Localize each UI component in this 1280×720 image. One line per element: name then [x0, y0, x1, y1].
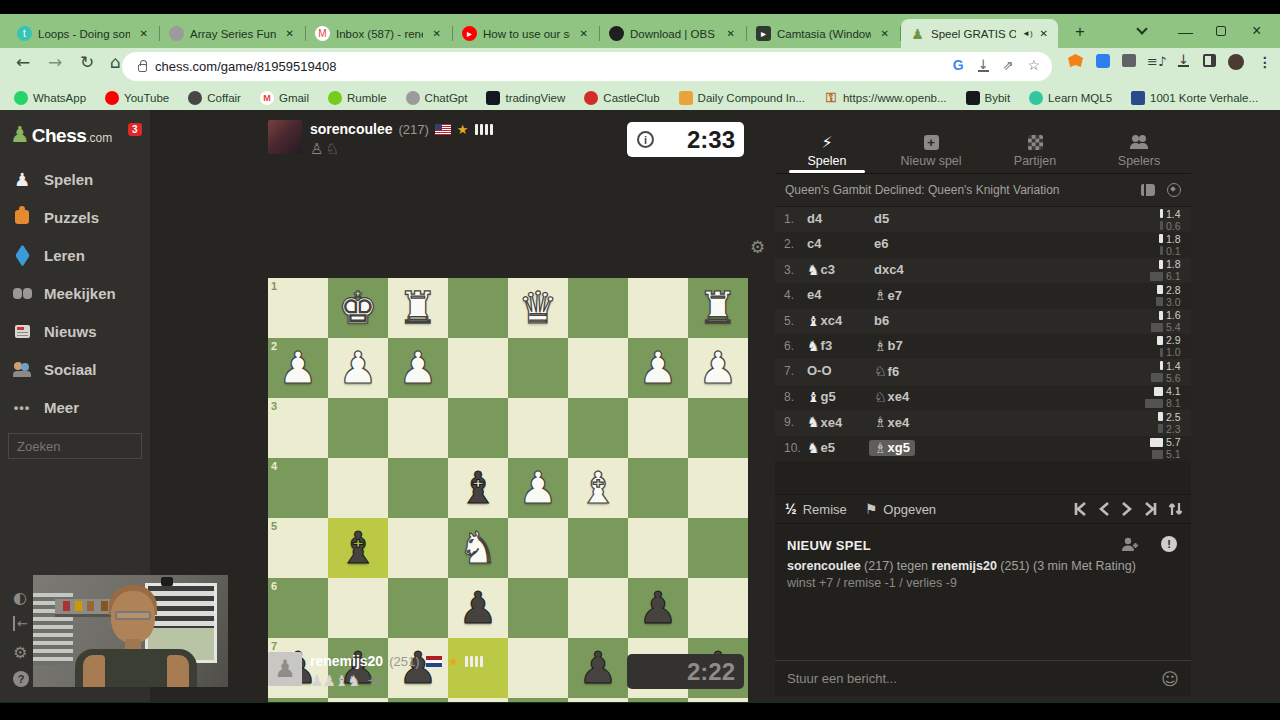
top-player-streak-bars — [475, 124, 493, 135]
square-b4[interactable] — [628, 458, 688, 518]
square-h6[interactable]: 6 — [268, 578, 328, 638]
translate-extension-icon[interactable] — [1096, 54, 1110, 68]
captured-black-N: ♘ — [325, 140, 338, 158]
move-row-4: 4.e4♗e72.83.0 — [775, 283, 1191, 308]
white-piece-g1[interactable]: ♚ — [328, 278, 388, 338]
bookmark-castleclub[interactable]: CastleClub — [584, 91, 659, 105]
panel-tab-spelers[interactable]: Spelers — [1087, 128, 1191, 173]
top-player-clock: i 2:33 — [627, 122, 744, 157]
extensions-puzzle-icon[interactable] — [1122, 54, 1136, 67]
time-value: 1.0 — [1166, 346, 1186, 358]
move-times: 1.40.6 — [1160, 208, 1186, 231]
time-bar — [1152, 450, 1163, 459]
move-times: 1.80.1 — [1159, 233, 1186, 256]
white-piece-e5[interactable]: ♞ — [448, 518, 508, 578]
square-g2[interactable]: ♟ — [328, 338, 388, 398]
square-h3[interactable]: 3 — [268, 398, 328, 458]
white-piece-f1[interactable]: ♜ — [388, 278, 448, 338]
captured-white-N: ♞ — [347, 672, 360, 690]
square-b5[interactable] — [628, 518, 688, 578]
challenge-person-icon[interactable] — [1121, 537, 1139, 552]
settings-gear-icon[interactable]: ⚙ — [13, 643, 27, 662]
captured-white-P: ♟ — [310, 672, 323, 690]
bookmark-label: tradingView — [505, 92, 565, 104]
move-row-5: 5.♝xc4b61.65.4 — [775, 309, 1191, 334]
time-value: 1.4 — [1166, 360, 1186, 372]
bookmark-daily[interactable]: Daily Compound In... — [679, 91, 805, 105]
panel-tab-spelen[interactable]: ⚡Spelen — [775, 128, 879, 173]
square-d4[interactable]: ♟ — [508, 458, 568, 518]
white-piece-f2[interactable]: ♟ — [388, 338, 448, 398]
white-move[interactable]: ♞e5 — [807, 440, 835, 456]
daily-icon — [679, 91, 693, 105]
move-row-3: 3.♞c3dxc41.86.1 — [775, 258, 1191, 283]
square-c4[interactable]: ♝ — [568, 458, 628, 518]
square-e6[interactable]: ♟ — [448, 578, 508, 638]
chat-input[interactable]: Stuur een bericht... — [787, 671, 1161, 686]
chesscom-favicon: ♟ — [910, 26, 925, 41]
black-move[interactable]: b6 — [874, 313, 889, 328]
black-piece-e4[interactable]: ♝ — [448, 458, 508, 518]
bookmark-youtube[interactable]: YouTube — [105, 91, 169, 105]
time-bar — [1151, 373, 1163, 382]
time-value: 2.3 — [1166, 423, 1186, 435]
time-value: 2.8 — [1166, 284, 1186, 296]
time-value: 2.9 — [1166, 334, 1186, 346]
time-b: 8.1 — [1145, 398, 1186, 409]
panel-tab-partijen[interactable]: Partijen — [983, 128, 1087, 173]
sidebar-item-puzzels[interactable]: Puzzels — [0, 198, 150, 236]
white-piece-b2[interactable]: ♟ — [628, 338, 688, 398]
game-controls: ½ Remise ⚑ Opgeven — [775, 494, 1191, 524]
white-piece-icon: ♝ — [807, 389, 820, 405]
tab-title: Array Series Function — [190, 28, 276, 40]
square-c1[interactable] — [568, 278, 628, 338]
black-piece-icon: ♘ — [874, 363, 887, 379]
white-move[interactable]: c4 — [807, 236, 821, 251]
sidebar-item-meer[interactable]: •••Meer — [0, 388, 150, 426]
nl-flag-icon — [426, 656, 442, 667]
help-icon[interactable]: ? — [13, 671, 29, 687]
browser-toolbar: ← → ↻ ⌂ chess.com/game/81959519408 G ↓ ⇗… — [0, 48, 1280, 85]
square-f2[interactable]: ♟ — [388, 338, 448, 398]
time-value: 8.1 — [1166, 397, 1186, 409]
square-a4[interactable] — [688, 458, 748, 518]
bookmark-label: Learn MQL5 — [1048, 92, 1112, 104]
screen: tLoops - Doing somet✕Array Series Functi… — [0, 0, 1280, 720]
captured-white-B: ♝ — [335, 672, 348, 690]
bookmark-label: Gmail — [279, 92, 309, 104]
bottom-player-bar: ♟ renemijs20 (251) ★ ♟♟♝♞+4 2:22 — [268, 650, 748, 694]
white-move[interactable]: e4 — [807, 287, 821, 302]
square-a5[interactable] — [688, 518, 748, 578]
bookmark-wordpress[interactable]: Coffair — [188, 91, 241, 105]
play-pawn-icon: ♟ — [12, 169, 32, 189]
forward-icon[interactable]: → — [48, 52, 62, 72]
square-a1[interactable]: ♜ — [688, 278, 748, 338]
browser-tabstrip: tLoops - Doing somet✕Array Series Functi… — [0, 14, 1280, 48]
bookmark-rumble[interactable]: Rumble — [328, 91, 387, 105]
top-player-rating: (217) — [398, 122, 428, 137]
white-piece-a1[interactable]: ♜ — [688, 278, 748, 338]
tab-close-icon[interactable]: ✕ — [576, 28, 592, 39]
move-number: 3. — [784, 263, 794, 277]
bookmark-gmail[interactable]: MGmail — [260, 91, 309, 105]
square-c2[interactable] — [568, 338, 628, 398]
square-b2[interactable]: ♟ — [628, 338, 688, 398]
white-piece-a2[interactable]: ♟ — [688, 338, 748, 398]
time-w: 2.5 — [1158, 411, 1187, 422]
people-icon — [12, 359, 32, 379]
white-move[interactable]: O-O — [807, 363, 832, 378]
move-row-2: 2.c4e61.80.1 — [775, 232, 1191, 257]
black-move[interactable]: ♗xe4 — [874, 414, 909, 430]
white-move[interactable]: ♝g5 — [807, 389, 836, 405]
square-e3[interactable] — [448, 398, 508, 458]
black-piece-icon: ♗ — [874, 338, 887, 354]
time-b: 2.3 — [1158, 423, 1187, 434]
browser-tab-7[interactable]: ♟Speel GRATIS O◄)✕ — [901, 19, 1058, 48]
rank-label-4: 4 — [271, 460, 277, 472]
time-value: 0.1 — [1166, 245, 1186, 257]
square-f4[interactable] — [388, 458, 448, 518]
white-piece-d4[interactable]: ♟ — [508, 458, 568, 518]
time-bar — [1160, 361, 1163, 370]
bookmark-bybit[interactable]: Bybit — [966, 91, 1011, 105]
bookmark-book[interactable]: 1001 Korte Verhale... — [1131, 91, 1258, 105]
bottom-player-avatar[interactable]: ♟ — [268, 652, 302, 686]
white-move[interactable]: d4 — [807, 211, 822, 226]
profile-avatar[interactable] — [1228, 54, 1244, 70]
bookmarks-bar: WhatsAppYouTubeCoffairMGmailRumbleChatGp… — [0, 85, 1280, 110]
rank-label-2: 2 — [271, 340, 277, 352]
time-w: 1.8 — [1159, 233, 1186, 244]
sidebar-item-label: Sociaal — [44, 361, 97, 378]
black-piece-icon: ♗ — [874, 287, 887, 303]
square-c6[interactable] — [568, 578, 628, 638]
white-move[interactable]: ♞f3 — [807, 338, 832, 354]
emoji-icon[interactable]: ☺ — [1161, 669, 1179, 689]
people-icon — [1130, 133, 1148, 151]
time-bar — [1145, 399, 1163, 408]
square-c3[interactable] — [568, 398, 628, 458]
metamask-icon[interactable] — [1068, 54, 1083, 67]
tab-close-icon[interactable]: ✕ — [1036, 28, 1052, 39]
square-e5[interactable]: ♞ — [448, 518, 508, 578]
square-b1[interactable] — [628, 278, 688, 338]
square-g4[interactable] — [328, 458, 388, 518]
black-move[interactable]: ♗e7 — [874, 287, 902, 303]
panel-tab-label: Partijen — [1014, 154, 1056, 168]
browser-tab-5[interactable]: Download | OBS✕ — [600, 19, 745, 48]
top-player-avatar[interactable] — [268, 120, 302, 154]
black-move[interactable]: ♗b7 — [874, 338, 903, 354]
black-piece-b6[interactable]: ♟ — [628, 578, 688, 638]
top-captured-pieces: ♙♘ — [310, 140, 339, 158]
bottom-player-clock: 2:22 — [627, 654, 744, 689]
move-number: 6. — [784, 339, 794, 353]
theme-toggle-icon[interactable]: ◐ — [13, 588, 27, 607]
bookmark-label: Rumble — [347, 92, 387, 104]
opening-name: Queen's Gambit Declined: Queen's Knight … — [785, 183, 1141, 197]
square-d5[interactable] — [508, 518, 568, 578]
castleclub-icon — [584, 91, 598, 105]
move-number: 10. — [784, 441, 801, 455]
google-icon[interactable]: G — [953, 57, 964, 73]
time-value: 3.0 — [1166, 296, 1186, 308]
square-b3[interactable] — [628, 398, 688, 458]
square-a2[interactable]: ♟ — [688, 338, 748, 398]
tab-title: Download | OBS — [630, 28, 717, 40]
new-tab-button[interactable]: + — [1075, 22, 1085, 42]
collapse-sidebar-icon[interactable]: ← — [13, 616, 28, 631]
bookmark-label: CastleClub — [603, 92, 659, 104]
board-settings-gear-icon[interactable]: ⚙ — [750, 237, 765, 257]
share-icon[interactable]: ⇗ — [1003, 58, 1014, 73]
time-b: 5.4 — [1151, 322, 1186, 333]
move-number: 5. — [784, 314, 794, 328]
obs-favicon — [609, 26, 624, 41]
time-value: 5.1 — [1166, 448, 1186, 460]
chesscom-page: ♟ Chess .com 3 ♟SpelenPuzzelsLerenMeekij… — [0, 110, 1280, 702]
sidebar-item-label: Spelen — [44, 171, 93, 188]
tab-close-icon[interactable]: ✕ — [723, 28, 739, 39]
bookmark-chatgpt[interactable]: ChatGpt — [406, 91, 468, 105]
minimize-button[interactable]: — — [1178, 14, 1193, 48]
move-number: 1. — [784, 212, 794, 226]
time-b: 5.1 — [1150, 449, 1186, 460]
square-b6[interactable]: ♟ — [628, 578, 688, 638]
url-text[interactable]: chess.com/game/81959519408 — [155, 59, 336, 74]
square-e4[interactable]: ♝ — [448, 458, 508, 518]
black-piece-icon: ♗ — [874, 440, 887, 456]
time-w: 1.6 — [1151, 310, 1186, 321]
time-bar — [1157, 285, 1163, 294]
time-bar — [1159, 311, 1163, 320]
opening-row: Queen's Gambit Declined: Queen's Knight … — [775, 174, 1191, 207]
sidebar-item-spelen[interactable]: ♟Spelen — [0, 160, 150, 198]
sidebar-item-nieuws[interactable]: Nieuws — [0, 312, 150, 350]
square-e1[interactable] — [448, 278, 508, 338]
explorer-icon[interactable] — [1167, 183, 1181, 197]
time-bar — [1158, 412, 1164, 421]
browser-tab-4[interactable]: ▸How to use our scree✕ — [453, 19, 598, 48]
bottom-player-name[interactable]: renemijs20 — [310, 653, 383, 669]
next-move-button[interactable] — [1120, 501, 1133, 517]
downloads-icon[interactable]: ↓ — [1178, 54, 1189, 67]
panel-tab-nieuw-spel[interactable]: +Nieuw spel — [879, 128, 983, 173]
maximize-button[interactable] — [1216, 14, 1226, 48]
logo-suffix: .com — [86, 131, 112, 145]
browser-tab-1[interactable]: tLoops - Doing somet✕ — [8, 19, 158, 48]
youtube-favicon: ▸ — [462, 26, 477, 41]
time-bar — [1150, 272, 1163, 281]
camtasia-favicon: ▸ — [756, 26, 771, 41]
square-g3[interactable] — [328, 398, 388, 458]
tab-title: Camtasia (Windows) — [777, 28, 871, 40]
binoculars-icon — [12, 283, 32, 303]
tab-audio-icon[interactable]: ◄) — [1022, 29, 1033, 38]
sidebar-item-sociaal[interactable]: Sociaal — [0, 350, 150, 388]
letterbox-top — [0, 0, 1280, 14]
bookmark-label: https://www.openb... — [843, 92, 947, 104]
move-row-8: 8.♝g5♘xe44.18.1 — [775, 385, 1191, 410]
white-piece-icon: ♞ — [807, 414, 820, 430]
bookmark-label: 1001 Korte Verhale... — [1150, 92, 1258, 104]
square-f6[interactable] — [388, 578, 448, 638]
browser-tab-3[interactable]: MInbox (587) - renemij✕ — [306, 19, 451, 48]
square-f3[interactable] — [388, 398, 448, 458]
bottom-player-streak-bars — [465, 656, 483, 667]
square-h2[interactable]: ♟2 — [268, 338, 328, 398]
black-piece-g5[interactable]: ♝ — [328, 518, 388, 578]
white-piece-c4[interactable]: ♝ — [568, 458, 628, 518]
search-input[interactable] — [8, 433, 142, 459]
us-flag-icon — [435, 124, 451, 135]
browser-tab-2[interactable]: Array Series Function✕ — [160, 19, 304, 48]
time-b: 1.0 — [1157, 347, 1186, 358]
black-move[interactable]: dxc4 — [874, 262, 904, 277]
clock-info-icon[interactable]: i — [637, 131, 654, 148]
rank-label-1: 1 — [271, 280, 277, 292]
time-value: 1.8 — [1166, 233, 1186, 245]
tab-close-icon[interactable]: ✕ — [282, 28, 298, 39]
square-h1[interactable]: 1 — [268, 278, 328, 338]
square-d3[interactable] — [508, 398, 568, 458]
bookmark-tradingview[interactable]: tradingView — [486, 91, 565, 105]
draw-label: Remise — [803, 502, 847, 517]
browser-tab-6[interactable]: ▸Camtasia (Windows)✕ — [747, 19, 899, 48]
square-h4[interactable]: 4 — [268, 458, 328, 518]
white-move[interactable]: ♞c3 — [807, 262, 835, 278]
panel-tab-label: Spelers — [1118, 154, 1160, 168]
notification-badge: 3 — [128, 123, 142, 136]
move-times: 1.86.1 — [1150, 259, 1186, 282]
reload-icon[interactable]: ↻ — [80, 52, 94, 72]
square-g1[interactable]: ♚ — [328, 278, 388, 338]
time-value: 1.6 — [1166, 309, 1186, 321]
move-times: 2.52.3 — [1158, 411, 1187, 434]
kebab-menu-icon[interactable]: ⋮ — [1258, 54, 1272, 70]
square-d6[interactable] — [508, 578, 568, 638]
sidebar-item-label: Meer — [44, 399, 79, 416]
white-piece-d1[interactable]: ♛ — [508, 278, 568, 338]
chesscom-logo[interactable]: ♟ Chess .com — [10, 122, 112, 147]
black-move[interactable]: ♗xg5 — [869, 440, 915, 456]
sidebar-item-meekijken[interactable]: Meekijken — [0, 274, 150, 312]
whatsapp-icon — [14, 91, 28, 105]
square-a6[interactable] — [688, 578, 748, 638]
move-row-6: 6.♞f3♗b72.91.0 — [775, 334, 1191, 359]
playlist-icon[interactable]: ≡♪ — [1147, 54, 1166, 69]
bottom-player-star-icon: ★ — [448, 654, 460, 669]
letterbox-bottom — [0, 702, 1280, 720]
bookmark-whatsapp[interactable]: WhatsApp — [14, 91, 86, 105]
tab-close-icon[interactable]: ✕ — [429, 28, 445, 39]
square-a3[interactable] — [688, 398, 748, 458]
back-icon[interactable]: ← — [16, 52, 30, 72]
white-piece-icon: ♞ — [807, 338, 820, 354]
rank-label-5: 5 — [271, 520, 277, 532]
flip-board-icon[interactable] — [1168, 501, 1183, 517]
new-game-section: NIEUW SPEL sorencoulee (217) tegen renem… — [775, 524, 1191, 660]
square-d2[interactable] — [508, 338, 568, 398]
bookmark-label: WhatsApp — [33, 92, 86, 104]
tab-close-icon[interactable]: ✕ — [877, 28, 893, 39]
white-piece-icon: ♞ — [807, 262, 820, 278]
bybit-icon — [966, 91, 980, 105]
puzzle-icon — [12, 207, 32, 227]
resign-label[interactable]: Opgeven — [883, 502, 936, 517]
move-times: 2.91.0 — [1157, 335, 1186, 358]
prev-move-button[interactable] — [1098, 501, 1111, 517]
square-c5[interactable] — [568, 518, 628, 578]
material-advantage: +4 — [368, 674, 382, 688]
time-bar — [1158, 424, 1163, 433]
captured-black-P: ♙ — [310, 140, 323, 158]
opening-book-icon[interactable] — [1141, 184, 1155, 196]
white-move[interactable]: ♞xe4 — [807, 414, 842, 430]
last-move-button[interactable] — [1142, 501, 1159, 517]
black-move[interactable]: d5 — [874, 211, 889, 226]
time-value: 2.5 — [1166, 411, 1186, 423]
move-times: 4.18.1 — [1145, 386, 1186, 409]
square-f5[interactable] — [388, 518, 448, 578]
move-times: 2.83.0 — [1156, 284, 1186, 307]
white-piece-g2[interactable]: ♟ — [328, 338, 388, 398]
move-row-10: 10.♞e5♗xg55.75.1 — [775, 436, 1191, 461]
draw-button[interactable]: ½ Remise ⚑ Opgeven — [785, 501, 936, 517]
tab-title: Inbox (587) - renemij — [336, 28, 423, 40]
top-player-star-icon: ★ — [457, 122, 469, 137]
bookmark-star-icon[interactable]: ☆ — [1027, 57, 1040, 73]
time-b: 5.6 — [1151, 372, 1186, 383]
square-g5[interactable]: ♝ — [328, 518, 388, 578]
square-h5[interactable]: 5 — [268, 518, 328, 578]
bookmark-key[interactable]: ⚿https://www.openb... — [824, 91, 947, 105]
close-window-button[interactable]: × — [1252, 14, 1261, 48]
black-piece-e6[interactable]: ♟ — [448, 578, 508, 638]
bookmark-label: Bybit — [985, 92, 1011, 104]
black-move[interactable]: e6 — [874, 236, 888, 251]
tab-search-chevron-icon[interactable] — [1138, 14, 1146, 48]
square-g6[interactable] — [328, 578, 388, 638]
white-piece-icon: ♝ — [807, 313, 820, 329]
address-bar[interactable]: chess.com/game/81959519408 G ↓ ⇗ ☆ — [122, 52, 1052, 81]
time-bar — [1156, 297, 1163, 306]
top-player-name[interactable]: sorencoulee — [310, 121, 392, 137]
tab-title: How to use our scree — [483, 28, 570, 40]
bookmark-mql5[interactable]: Learn MQL5 — [1029, 91, 1112, 105]
sidebar-item-leren[interactable]: Leren — [0, 236, 150, 274]
first-move-button[interactable] — [1072, 501, 1089, 517]
square-f1[interactable]: ♜ — [388, 278, 448, 338]
rank-label-6: 6 — [271, 580, 277, 592]
key-icon: ⚿ — [824, 91, 838, 105]
square-e2[interactable] — [448, 338, 508, 398]
install-icon[interactable]: ↓ — [978, 59, 989, 72]
home-icon[interactable]: ⌂ — [110, 52, 121, 72]
time-value: 5.6 — [1166, 372, 1186, 384]
tab-close-icon[interactable]: ✕ — [136, 28, 152, 39]
report-icon[interactable]: ! — [1161, 536, 1177, 552]
white-move[interactable]: ♝xc4 — [807, 313, 842, 329]
tab-title: Speel GRATIS O — [931, 28, 1016, 40]
sidepanel-icon[interactable] — [1203, 54, 1216, 67]
square-d1[interactable]: ♛ — [508, 278, 568, 338]
black-move[interactable]: ♘f6 — [874, 363, 899, 379]
black-move[interactable]: ♘xe4 — [874, 389, 909, 405]
